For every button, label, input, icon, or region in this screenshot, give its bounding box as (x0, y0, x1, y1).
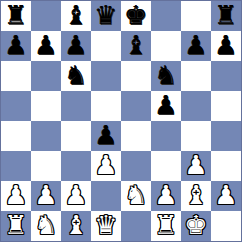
square-g2[interactable]: ♝ (181, 181, 211, 211)
black-pawn: ♟ (154, 92, 177, 118)
black-pawn: ♟ (64, 32, 87, 58)
square-c4[interactable] (61, 121, 91, 151)
square-b3[interactable] (31, 151, 61, 181)
square-d1[interactable]: ♛ (91, 211, 121, 241)
black-rook: ♜ (214, 2, 237, 28)
square-g3[interactable]: ♟ (181, 151, 211, 181)
square-e2[interactable]: ♞ (121, 181, 151, 211)
black-king: ♚ (124, 2, 147, 28)
square-a4[interactable] (1, 121, 31, 151)
white-pawn: ♟ (94, 152, 117, 178)
white-pawn: ♟ (184, 152, 207, 178)
square-f8[interactable] (151, 1, 181, 31)
white-pawn: ♟ (34, 182, 57, 208)
square-h1[interactable] (211, 211, 241, 241)
square-f2[interactable]: ♟ (151, 181, 181, 211)
white-rook: ♜ (4, 212, 27, 238)
chess-board: ♜♝♛♚♜♟♟♟♝♟♟♞♞♟♟♟♟♟♟♟♞♟♝♟♜♞♝♛♜♚ (0, 0, 242, 242)
square-e1[interactable] (121, 211, 151, 241)
square-b4[interactable] (31, 121, 61, 151)
square-f1[interactable]: ♜ (151, 211, 181, 241)
square-g1[interactable]: ♚ (181, 211, 211, 241)
square-f6[interactable]: ♞ (151, 61, 181, 91)
black-pawn: ♟ (34, 32, 57, 58)
square-h4[interactable] (211, 121, 241, 151)
square-h6[interactable] (211, 61, 241, 91)
white-bishop: ♝ (64, 212, 87, 238)
square-h3[interactable] (211, 151, 241, 181)
square-c5[interactable] (61, 91, 91, 121)
black-rook: ♜ (4, 2, 27, 28)
square-b7[interactable]: ♟ (31, 31, 61, 61)
black-pawn: ♟ (4, 32, 27, 58)
square-d7[interactable] (91, 31, 121, 61)
square-b8[interactable] (31, 1, 61, 31)
square-d6[interactable] (91, 61, 121, 91)
square-e6[interactable] (121, 61, 151, 91)
square-g8[interactable] (181, 1, 211, 31)
white-queen: ♛ (94, 212, 117, 238)
square-a3[interactable] (1, 151, 31, 181)
square-a5[interactable] (1, 91, 31, 121)
black-pawn: ♟ (184, 32, 207, 58)
white-knight: ♞ (124, 182, 147, 208)
square-d3[interactable]: ♟ (91, 151, 121, 181)
square-d4[interactable]: ♟ (91, 121, 121, 151)
square-d2[interactable] (91, 181, 121, 211)
square-b1[interactable]: ♞ (31, 211, 61, 241)
white-pawn: ♟ (4, 182, 27, 208)
black-bishop: ♝ (64, 2, 87, 28)
square-c6[interactable]: ♞ (61, 61, 91, 91)
square-f3[interactable] (151, 151, 181, 181)
square-d8[interactable]: ♛ (91, 1, 121, 31)
square-b6[interactable] (31, 61, 61, 91)
white-pawn: ♟ (154, 182, 177, 208)
black-queen: ♛ (94, 2, 117, 28)
square-e5[interactable] (121, 91, 151, 121)
square-f4[interactable] (151, 121, 181, 151)
square-b2[interactable]: ♟ (31, 181, 61, 211)
square-f7[interactable] (151, 31, 181, 61)
white-king: ♚ (184, 212, 207, 238)
square-h5[interactable] (211, 91, 241, 121)
black-pawn: ♟ (94, 122, 117, 148)
square-d5[interactable] (91, 91, 121, 121)
black-knight: ♞ (64, 62, 87, 88)
square-b5[interactable] (31, 91, 61, 121)
square-h2[interactable]: ♟ (211, 181, 241, 211)
square-c3[interactable] (61, 151, 91, 181)
square-f5[interactable]: ♟ (151, 91, 181, 121)
chess-board-container: ♜♝♛♚♜♟♟♟♝♟♟♞♞♟♟♟♟♟♟♟♞♟♝♟♜♞♝♛♜♚ (0, 0, 242, 242)
white-pawn: ♟ (64, 182, 87, 208)
square-a7[interactable]: ♟ (1, 31, 31, 61)
black-bishop: ♝ (124, 32, 147, 58)
square-a2[interactable]: ♟ (1, 181, 31, 211)
square-e3[interactable] (121, 151, 151, 181)
black-knight: ♞ (154, 62, 177, 88)
square-c1[interactable]: ♝ (61, 211, 91, 241)
square-a6[interactable] (1, 61, 31, 91)
square-e8[interactable]: ♚ (121, 1, 151, 31)
white-bishop: ♝ (184, 182, 207, 208)
square-e7[interactable]: ♝ (121, 31, 151, 61)
square-g6[interactable] (181, 61, 211, 91)
white-rook: ♜ (154, 212, 177, 238)
square-h7[interactable]: ♟ (211, 31, 241, 61)
black-pawn: ♟ (214, 32, 237, 58)
square-e4[interactable] (121, 121, 151, 151)
square-g7[interactable]: ♟ (181, 31, 211, 61)
square-c8[interactable]: ♝ (61, 1, 91, 31)
square-c7[interactable]: ♟ (61, 31, 91, 61)
square-g4[interactable] (181, 121, 211, 151)
square-h8[interactable]: ♜ (211, 1, 241, 31)
square-a1[interactable]: ♜ (1, 211, 31, 241)
white-pawn: ♟ (214, 182, 237, 208)
square-a8[interactable]: ♜ (1, 1, 31, 31)
white-knight: ♞ (34, 212, 57, 238)
square-g5[interactable] (181, 91, 211, 121)
square-c2[interactable]: ♟ (61, 181, 91, 211)
